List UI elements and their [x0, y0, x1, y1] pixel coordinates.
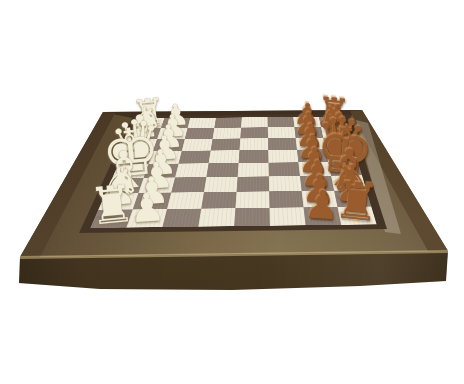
pieces-layer: ♜♟♟♜♞♟♟♞♝♟♟♝♛♟♟♛♚♟♟♚♝♟♟♝♞♟♟♞♜♟♟♜	[0, 0, 464, 384]
piece-brown-rook[interactable]: ♜	[332, 174, 382, 229]
piece-white-pawn[interactable]: ♟	[128, 187, 166, 229]
chess-set-photo: ♜♟♟♜♞♟♟♞♝♟♟♝♛♟♟♛♚♟♟♚♝♟♟♝♞♟♟♞♜♟♟♜	[0, 0, 464, 384]
